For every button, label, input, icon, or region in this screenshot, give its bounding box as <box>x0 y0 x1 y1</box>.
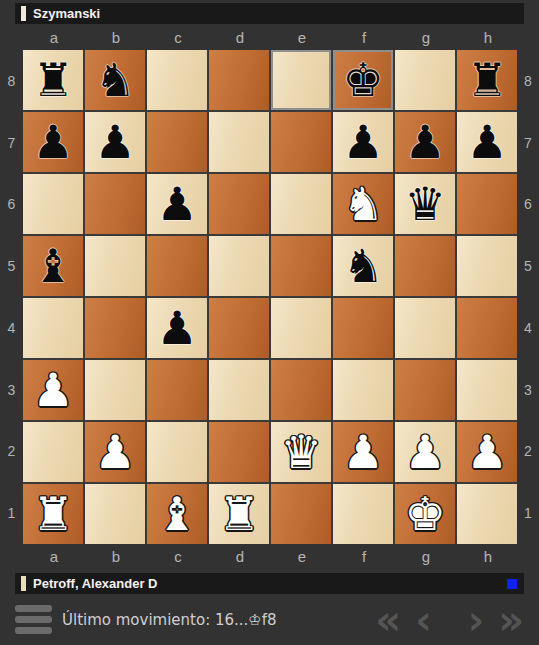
square-e8[interactable] <box>271 50 331 110</box>
chess-app: Szymanski abcdefgh 87654321 ♜♞♚♜♟♟♟♟♟♟♞♛… <box>0 0 539 645</box>
square-c3[interactable] <box>147 360 207 420</box>
black-bishop: ♝ <box>32 243 73 289</box>
rank-label-2: 2 <box>517 421 539 483</box>
black-pawn: ♟ <box>466 119 507 165</box>
square-f1[interactable] <box>333 484 393 544</box>
square-a4[interactable] <box>23 298 83 358</box>
black-pawn: ♟ <box>156 181 197 227</box>
square-g7[interactable]: ♟ <box>395 112 455 172</box>
square-e1[interactable] <box>271 484 331 544</box>
square-c6[interactable]: ♟ <box>147 174 207 234</box>
file-label-f: f <box>333 544 395 568</box>
square-h8[interactable]: ♜ <box>457 50 517 110</box>
square-d7[interactable] <box>209 112 269 172</box>
file-label-c: c <box>147 544 209 568</box>
top-player-bar: Szymanski <box>15 3 524 24</box>
menu-icon[interactable] <box>15 605 52 634</box>
square-h7[interactable]: ♟ <box>457 112 517 172</box>
square-b4[interactable] <box>85 298 145 358</box>
square-e5[interactable] <box>271 236 331 296</box>
rank-label-2: 2 <box>0 421 23 483</box>
square-g2[interactable]: ♟ <box>395 422 455 482</box>
square-e2[interactable]: ♛ <box>271 422 331 482</box>
white-pawn: ♟ <box>466 429 507 475</box>
square-f6[interactable]: ♞ <box>333 174 393 234</box>
menu-bar-line <box>15 605 52 612</box>
white-pawn: ♟ <box>94 429 135 475</box>
square-b8[interactable]: ♞ <box>85 50 145 110</box>
status-indicator-square <box>507 579 517 589</box>
first-move-button[interactable]: « <box>375 597 401 643</box>
file-label-c: c <box>147 24 209 50</box>
black-pawn: ♟ <box>404 119 445 165</box>
square-c4[interactable]: ♟ <box>147 298 207 358</box>
square-f2[interactable]: ♟ <box>333 422 393 482</box>
file-label-g: g <box>395 544 457 568</box>
move-navigation: « ‹ › » <box>375 597 524 643</box>
square-d3[interactable] <box>209 360 269 420</box>
top-player-side-marker <box>21 6 26 21</box>
square-h4[interactable] <box>457 298 517 358</box>
white-pawn: ♟ <box>342 429 383 475</box>
square-f5[interactable]: ♞ <box>333 236 393 296</box>
square-e4[interactable] <box>271 298 331 358</box>
file-label-b: b <box>85 544 147 568</box>
next-move-button[interactable]: › <box>468 597 484 643</box>
black-pawn: ♟ <box>156 305 197 351</box>
rank-label-5: 5 <box>517 235 539 297</box>
square-b7[interactable]: ♟ <box>85 112 145 172</box>
rank-label-8: 8 <box>517 50 539 112</box>
square-b5[interactable] <box>85 236 145 296</box>
rank-label-6: 6 <box>0 174 23 236</box>
file-label-e: e <box>271 544 333 568</box>
white-rook: ♜ <box>32 491 73 537</box>
previous-move-button[interactable]: ‹ <box>415 597 431 643</box>
square-e3[interactable] <box>271 360 331 420</box>
square-f7[interactable]: ♟ <box>333 112 393 172</box>
square-g5[interactable] <box>395 236 455 296</box>
menu-bar-line <box>15 627 52 634</box>
white-knight: ♞ <box>342 181 383 227</box>
square-f4[interactable] <box>333 298 393 358</box>
square-a6[interactable] <box>23 174 83 234</box>
chess-board: ♜♞♚♜♟♟♟♟♟♟♞♛♝♞♟♟♟♛♟♟♟♜♝♜♚ <box>23 50 517 544</box>
file-label-h: h <box>457 544 519 568</box>
black-knight: ♞ <box>94 57 135 103</box>
square-h1[interactable] <box>457 484 517 544</box>
square-h5[interactable] <box>457 236 517 296</box>
rank-label-7: 7 <box>0 112 23 174</box>
rank-labels-left: 87654321 <box>0 50 23 544</box>
black-queen: ♛ <box>404 181 445 227</box>
rank-label-1: 1 <box>0 482 23 544</box>
square-c5[interactable] <box>147 236 207 296</box>
square-c8[interactable] <box>147 50 207 110</box>
square-b3[interactable] <box>85 360 145 420</box>
file-label-h: h <box>457 24 519 50</box>
board-row: 87654321 ♜♞♚♜♟♟♟♟♟♟♞♛♝♞♟♟♟♛♟♟♟♜♝♜♚ 87654… <box>0 50 539 544</box>
square-d4[interactable] <box>209 298 269 358</box>
top-player-name: Szymanski <box>33 6 524 21</box>
square-d2[interactable] <box>209 422 269 482</box>
square-a5[interactable]: ♝ <box>23 236 83 296</box>
menu-bar-line <box>15 616 52 623</box>
black-rook: ♜ <box>466 57 507 103</box>
square-g6[interactable]: ♛ <box>395 174 455 234</box>
white-pawn: ♟ <box>32 367 73 413</box>
rank-label-8: 8 <box>0 50 23 112</box>
square-c2[interactable] <box>147 422 207 482</box>
white-rook: ♜ <box>218 491 259 537</box>
square-g4[interactable] <box>395 298 455 358</box>
square-d6[interactable] <box>209 174 269 234</box>
square-d5[interactable] <box>209 236 269 296</box>
rank-label-4: 4 <box>517 297 539 359</box>
rank-label-7: 7 <box>517 112 539 174</box>
square-b2[interactable]: ♟ <box>85 422 145 482</box>
square-c7[interactable] <box>147 112 207 172</box>
controls-bar: Último movimiento: 16...♔f8 « ‹ › » <box>0 594 539 645</box>
last-move-button[interactable]: » <box>498 597 524 643</box>
rank-label-4: 4 <box>0 297 23 359</box>
square-a1[interactable]: ♜ <box>23 484 83 544</box>
file-label-a: a <box>23 544 85 568</box>
square-g8[interactable] <box>395 50 455 110</box>
square-d8[interactable] <box>209 50 269 110</box>
file-label-e: e <box>271 24 333 50</box>
file-label-a: a <box>23 24 85 50</box>
white-king: ♚ <box>404 491 445 537</box>
black-pawn: ♟ <box>342 119 383 165</box>
file-labels-bottom: abcdefgh <box>23 544 517 568</box>
bottom-player-name: Petroff, Alexander D <box>33 576 507 591</box>
white-pawn: ♟ <box>404 429 445 475</box>
square-b6[interactable] <box>85 174 145 234</box>
white-bishop: ♝ <box>156 491 197 537</box>
last-move-text: Último movimiento: 16...♔f8 <box>62 611 375 629</box>
rank-label-6: 6 <box>517 174 539 236</box>
square-a7[interactable]: ♟ <box>23 112 83 172</box>
rank-label-3: 3 <box>517 359 539 421</box>
square-h6[interactable] <box>457 174 517 234</box>
square-c1[interactable]: ♝ <box>147 484 207 544</box>
black-rook: ♜ <box>32 57 73 103</box>
black-pawn: ♟ <box>32 119 73 165</box>
rank-labels-right: 87654321 <box>517 50 539 544</box>
bottom-player-bar: Petroff, Alexander D <box>15 573 524 594</box>
square-h3[interactable] <box>457 360 517 420</box>
rank-label-3: 3 <box>0 359 23 421</box>
file-label-g: g <box>395 24 457 50</box>
square-a8[interactable]: ♜ <box>23 50 83 110</box>
square-h2[interactable]: ♟ <box>457 422 517 482</box>
black-pawn: ♟ <box>94 119 135 165</box>
square-e6[interactable] <box>271 174 331 234</box>
square-a3[interactable]: ♟ <box>23 360 83 420</box>
rank-label-5: 5 <box>0 235 23 297</box>
square-b1[interactable] <box>85 484 145 544</box>
square-g1[interactable]: ♚ <box>395 484 455 544</box>
black-king: ♚ <box>342 57 383 103</box>
file-label-f: f <box>333 24 395 50</box>
file-labels-top: abcdefgh <box>23 24 517 50</box>
white-queen: ♛ <box>280 429 321 475</box>
square-g3[interactable] <box>395 360 455 420</box>
file-label-d: d <box>209 24 271 50</box>
rank-label-1: 1 <box>517 482 539 544</box>
square-a2[interactable] <box>23 422 83 482</box>
black-knight: ♞ <box>342 243 383 289</box>
file-label-b: b <box>85 24 147 50</box>
square-f3[interactable] <box>333 360 393 420</box>
square-e7[interactable] <box>271 112 331 172</box>
square-f8[interactable]: ♚ <box>333 50 393 110</box>
square-d1[interactable]: ♜ <box>209 484 269 544</box>
bottom-player-side-marker <box>21 576 26 591</box>
file-label-d: d <box>209 544 271 568</box>
